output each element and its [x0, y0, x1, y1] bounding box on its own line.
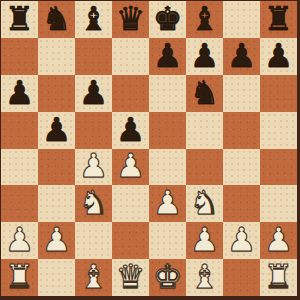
square-h5[interactable]	[260, 112, 297, 149]
square-b4[interactable]	[38, 149, 75, 186]
square-c8[interactable]: ♝	[75, 1, 112, 38]
piece-black-pawn: ♟	[5, 76, 35, 109]
square-a1[interactable]: ♜	[1, 259, 38, 296]
square-a7[interactable]	[1, 38, 38, 75]
piece-black-bishop: ♝	[190, 2, 220, 35]
piece-white-rook: ♜	[5, 260, 35, 293]
square-g8[interactable]	[223, 1, 260, 38]
square-d5[interactable]: ♟	[112, 112, 149, 149]
piece-black-knight: ♞	[42, 2, 72, 35]
square-h2[interactable]: ♟	[260, 222, 297, 259]
piece-black-king: ♚	[153, 2, 183, 35]
square-c1[interactable]: ♝	[75, 259, 112, 296]
square-a4[interactable]	[1, 149, 38, 186]
square-e6[interactable]	[149, 75, 186, 112]
piece-white-pawn: ♟	[116, 149, 146, 182]
piece-white-pawn: ♟	[5, 223, 35, 256]
square-h7[interactable]: ♟	[260, 38, 297, 75]
square-c6[interactable]: ♟	[75, 75, 112, 112]
square-a3[interactable]	[1, 185, 38, 222]
piece-white-rook: ♜	[264, 260, 294, 293]
square-h3[interactable]	[260, 185, 297, 222]
square-b7[interactable]	[38, 38, 75, 75]
piece-black-pawn: ♟	[153, 39, 183, 72]
piece-black-queen: ♛	[116, 2, 146, 35]
square-f6[interactable]: ♞	[186, 75, 223, 112]
square-d8[interactable]: ♛	[112, 1, 149, 38]
piece-black-pawn: ♟	[190, 39, 220, 72]
square-b3[interactable]	[38, 185, 75, 222]
piece-white-bishop: ♝	[79, 260, 109, 293]
chess-board: ♜♞♝♛♚♝♜♟♟♟♟♟♟♞♟♟♟♟♞♟♞♟♟♟♟♟♜♝♛♚♝♜	[0, 0, 300, 300]
square-f1[interactable]: ♝	[186, 259, 223, 296]
square-a6[interactable]: ♟	[1, 75, 38, 112]
square-g4[interactable]	[223, 149, 260, 186]
piece-white-knight: ♞	[190, 186, 220, 219]
piece-black-pawn: ♟	[264, 39, 294, 72]
square-c2[interactable]	[75, 222, 112, 259]
square-e5[interactable]	[149, 112, 186, 149]
piece-white-pawn: ♟	[190, 223, 220, 256]
piece-black-pawn: ♟	[227, 39, 257, 72]
square-h6[interactable]	[260, 75, 297, 112]
square-b1[interactable]	[38, 259, 75, 296]
square-b5[interactable]: ♟	[38, 112, 75, 149]
square-d2[interactable]	[112, 222, 149, 259]
piece-black-rook: ♜	[5, 2, 35, 35]
piece-white-king: ♚	[153, 260, 183, 293]
piece-white-pawn: ♟	[153, 186, 183, 219]
square-e1[interactable]: ♚	[149, 259, 186, 296]
square-h4[interactable]	[260, 149, 297, 186]
square-c5[interactable]	[75, 112, 112, 149]
square-h1[interactable]: ♜	[260, 259, 297, 296]
square-c4[interactable]: ♟	[75, 149, 112, 186]
square-e8[interactable]: ♚	[149, 1, 186, 38]
piece-white-pawn: ♟	[42, 223, 72, 256]
square-b8[interactable]: ♞	[38, 1, 75, 38]
piece-white-bishop: ♝	[190, 260, 220, 293]
square-g2[interactable]: ♟	[223, 222, 260, 259]
square-e7[interactable]: ♟	[149, 38, 186, 75]
piece-white-knight: ♞	[79, 186, 109, 219]
square-f8[interactable]: ♝	[186, 1, 223, 38]
square-h8[interactable]: ♜	[260, 1, 297, 38]
square-f3[interactable]: ♞	[186, 185, 223, 222]
square-g1[interactable]	[223, 259, 260, 296]
square-a2[interactable]: ♟	[1, 222, 38, 259]
square-f4[interactable]	[186, 149, 223, 186]
square-f5[interactable]	[186, 112, 223, 149]
square-a5[interactable]	[1, 112, 38, 149]
square-d3[interactable]	[112, 185, 149, 222]
piece-black-rook: ♜	[264, 2, 294, 35]
piece-black-pawn: ♟	[79, 76, 109, 109]
piece-black-bishop: ♝	[79, 2, 109, 35]
square-a8[interactable]: ♜	[1, 1, 38, 38]
square-g6[interactable]	[223, 75, 260, 112]
piece-white-pawn: ♟	[79, 149, 109, 182]
square-g5[interactable]	[223, 112, 260, 149]
square-d4[interactable]: ♟	[112, 149, 149, 186]
square-e3[interactable]: ♟	[149, 185, 186, 222]
piece-black-pawn: ♟	[42, 113, 72, 146]
piece-black-pawn: ♟	[116, 113, 146, 146]
piece-white-pawn: ♟	[227, 223, 257, 256]
square-g7[interactable]: ♟	[223, 38, 260, 75]
square-d7[interactable]	[112, 38, 149, 75]
square-e4[interactable]	[149, 149, 186, 186]
square-b2[interactable]: ♟	[38, 222, 75, 259]
piece-white-pawn: ♟	[264, 223, 294, 256]
piece-black-knight: ♞	[190, 76, 220, 109]
square-d1[interactable]: ♛	[112, 259, 149, 296]
square-c3[interactable]: ♞	[75, 185, 112, 222]
chess-board-container: ♜♞♝♛♚♝♜♟♟♟♟♟♟♞♟♟♟♟♞♟♞♟♟♟♟♟♜♝♛♚♝♜	[0, 0, 300, 300]
square-g3[interactable]	[223, 185, 260, 222]
square-f7[interactable]: ♟	[186, 38, 223, 75]
square-d6[interactable]	[112, 75, 149, 112]
square-e2[interactable]	[149, 222, 186, 259]
square-f2[interactable]: ♟	[186, 222, 223, 259]
square-b6[interactable]	[38, 75, 75, 112]
square-c7[interactable]	[75, 38, 112, 75]
piece-white-queen: ♛	[116, 260, 146, 293]
